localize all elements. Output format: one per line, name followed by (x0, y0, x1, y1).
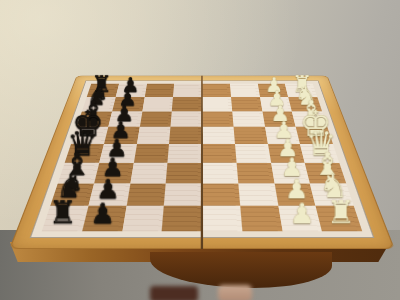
square-a1: ♜ (316, 206, 362, 231)
square-g3 (231, 97, 262, 111)
square-h5 (173, 84, 202, 97)
piece-black-rook-a8: ♜ (43, 196, 83, 228)
square-d5 (168, 144, 202, 163)
square-a8: ♜ (42, 206, 88, 231)
square-b5 (164, 183, 202, 206)
square-c4 (202, 163, 238, 184)
square-g4 (202, 97, 232, 111)
square-d6 (133, 144, 169, 163)
square-b4 (202, 183, 240, 206)
square-b3 (238, 183, 278, 206)
square-h6 (144, 84, 174, 97)
chess-photo-scene: ♜♟♟♜♞♟♟♞♝♟♟♝♚♟♟♚♛♟♟♛♝♟♟♝♞♟♟♞♜♟♟♜ (0, 0, 400, 300)
square-d3 (235, 144, 271, 163)
square-f4 (202, 111, 233, 127)
square-g5 (172, 97, 202, 111)
square-g6 (142, 97, 173, 111)
square-c6 (130, 163, 168, 184)
square-c5 (166, 163, 202, 184)
square-f5 (171, 111, 202, 127)
piece-white-rook-a1: ♜ (321, 196, 361, 228)
board-perspective-wrap: ♜♟♟♜♞♟♟♞♝♟♟♝♚♟♟♚♛♟♟♛♝♟♟♝♞♟♟♞♜♟♟♜ (50, 0, 354, 296)
chess-board: ♜♟♟♜♞♟♟♞♝♟♟♝♚♟♟♚♛♟♟♛♝♟♟♝♞♟♟♞♜♟♟♜ (9, 76, 395, 249)
square-a6 (122, 206, 164, 231)
piece-white-pawn-a2: ♟ (282, 200, 322, 228)
square-f3 (232, 111, 265, 127)
square-e6 (137, 127, 171, 144)
square-e5 (169, 127, 202, 144)
square-h4 (202, 84, 231, 97)
square-a7: ♟ (82, 206, 126, 231)
piece-black-pawn-a7: ♟ (83, 200, 123, 228)
square-f6 (139, 111, 172, 127)
square-d4 (202, 144, 236, 163)
square-e4 (202, 127, 235, 144)
square-c3 (236, 163, 274, 184)
square-a5 (162, 206, 202, 231)
square-a4 (202, 206, 242, 231)
square-h3 (230, 84, 260, 97)
square-b6 (126, 183, 166, 206)
square-a2: ♟ (278, 206, 322, 231)
square-e3 (233, 127, 267, 144)
square-a3 (240, 206, 282, 231)
